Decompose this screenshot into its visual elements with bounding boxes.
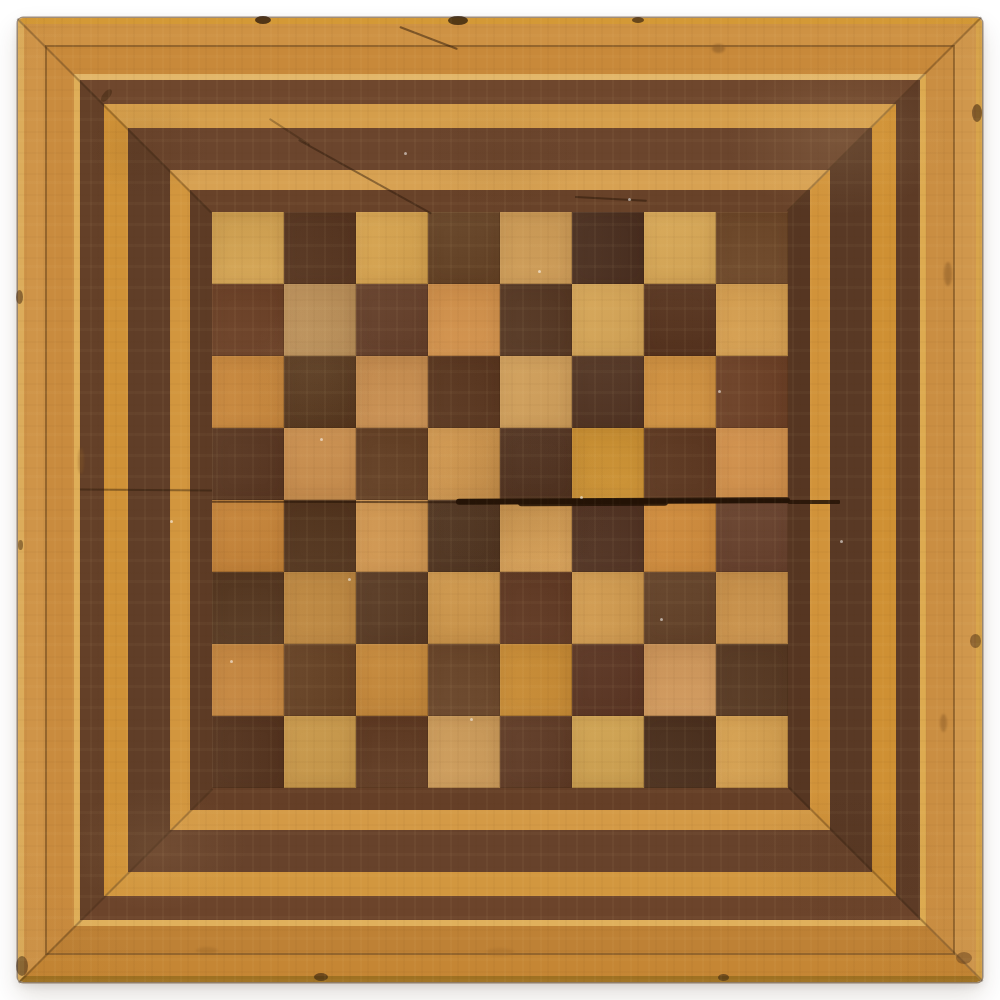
frame-inner-bevel: [74, 74, 926, 926]
square-r6c2-light[interactable]: [284, 572, 356, 644]
game-board: [18, 18, 982, 982]
square-r5c3-light[interactable]: [356, 500, 428, 572]
square-r6c5-dark[interactable]: [500, 572, 572, 644]
square-r7c7-light[interactable]: [644, 644, 716, 716]
square-r2c8-light[interactable]: [716, 284, 788, 356]
border-band-light-outer: [104, 104, 896, 896]
square-r4c7-dark[interactable]: [644, 428, 716, 500]
square-r6c4-light[interactable]: [428, 572, 500, 644]
border-band-light-inner: [170, 170, 830, 830]
square-r2c4-light[interactable]: [428, 284, 500, 356]
square-r8c3-dark[interactable]: [356, 716, 428, 788]
square-r1c7-light[interactable]: [644, 212, 716, 284]
square-r2c6-light[interactable]: [572, 284, 644, 356]
square-r8c5-dark[interactable]: [500, 716, 572, 788]
border-band-dark-middle: [128, 128, 872, 872]
square-r8c6-light[interactable]: [572, 716, 644, 788]
square-r4c5-dark[interactable]: [500, 428, 572, 500]
square-r1c5-light[interactable]: [500, 212, 572, 284]
square-r2c1-dark[interactable]: [212, 284, 284, 356]
square-r3c6-dark[interactable]: [572, 356, 644, 428]
square-r5c8-dark[interactable]: [716, 500, 788, 572]
square-r3c5-light[interactable]: [500, 356, 572, 428]
frame-moulding-seam: [45, 45, 955, 955]
square-r5c1-light[interactable]: [212, 500, 284, 572]
square-r5c2-dark[interactable]: [284, 500, 356, 572]
square-r1c6-dark[interactable]: [572, 212, 644, 284]
square-r4c6-light[interactable]: [572, 428, 644, 500]
square-r7c3-light[interactable]: [356, 644, 428, 716]
square-r3c2-dark[interactable]: [284, 356, 356, 428]
square-r5c6-dark[interactable]: [572, 500, 644, 572]
square-r7c5-light[interactable]: [500, 644, 572, 716]
square-r7c6-dark[interactable]: [572, 644, 644, 716]
square-r5c4-dark[interactable]: [428, 500, 500, 572]
frame-outer-edge: [18, 18, 982, 982]
photo-background: [0, 0, 1000, 1000]
square-r8c8-light[interactable]: [716, 716, 788, 788]
square-r7c1-light[interactable]: [212, 644, 284, 716]
frame-face-inner: [47, 47, 953, 953]
square-r5c7-light[interactable]: [644, 500, 716, 572]
square-r8c1-dark[interactable]: [212, 716, 284, 788]
square-r4c4-light[interactable]: [428, 428, 500, 500]
square-r6c7-dark[interactable]: [644, 572, 716, 644]
square-r1c3-light[interactable]: [356, 212, 428, 284]
border-band-dark-outer: [80, 80, 920, 920]
square-r4c2-light[interactable]: [284, 428, 356, 500]
border-band-dark-inner: [190, 190, 810, 810]
square-r1c8-dark[interactable]: [716, 212, 788, 284]
square-r3c1-light[interactable]: [212, 356, 284, 428]
square-r6c1-dark[interactable]: [212, 572, 284, 644]
square-r1c2-dark[interactable]: [284, 212, 356, 284]
square-r3c8-dark[interactable]: [716, 356, 788, 428]
square-r6c8-light[interactable]: [716, 572, 788, 644]
square-r8c2-light[interactable]: [284, 716, 356, 788]
square-r7c4-dark[interactable]: [428, 644, 500, 716]
square-r5c5-light[interactable]: [500, 500, 572, 572]
square-r3c7-light[interactable]: [644, 356, 716, 428]
square-r6c6-light[interactable]: [572, 572, 644, 644]
board-grid: [212, 212, 788, 788]
square-r1c1-light[interactable]: [212, 212, 284, 284]
square-r6c3-dark[interactable]: [356, 572, 428, 644]
square-r2c2-light[interactable]: [284, 284, 356, 356]
square-r3c3-light[interactable]: [356, 356, 428, 428]
square-r7c2-dark[interactable]: [284, 644, 356, 716]
square-r2c3-dark[interactable]: [356, 284, 428, 356]
frame-face-outer: [24, 24, 976, 976]
square-r4c3-dark[interactable]: [356, 428, 428, 500]
square-r7c8-dark[interactable]: [716, 644, 788, 716]
square-r3c4-dark[interactable]: [428, 356, 500, 428]
square-r1c4-dark[interactable]: [428, 212, 500, 284]
square-r2c5-dark[interactable]: [500, 284, 572, 356]
square-r4c1-dark[interactable]: [212, 428, 284, 500]
square-r4c8-light[interactable]: [716, 428, 788, 500]
square-r2c7-dark[interactable]: [644, 284, 716, 356]
square-r8c4-light[interactable]: [428, 716, 500, 788]
square-r8c7-dark[interactable]: [644, 716, 716, 788]
